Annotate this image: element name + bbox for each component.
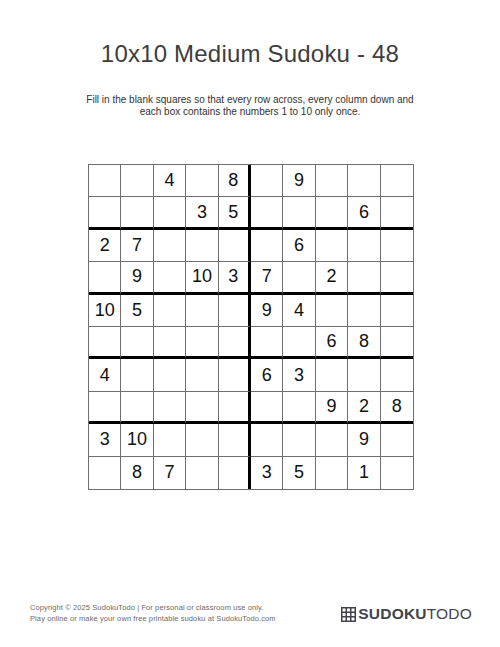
cell-r5c6-given[interactable]: 9 bbox=[251, 295, 283, 327]
cell-r5c2-given[interactable]: 5 bbox=[121, 295, 153, 327]
cell-r7c9-empty[interactable] bbox=[348, 359, 380, 391]
cell-r6c4-empty[interactable] bbox=[186, 327, 218, 359]
cell-r3c5-empty[interactable] bbox=[219, 230, 251, 262]
cell-r1c4-empty[interactable] bbox=[186, 165, 218, 197]
cell-r4c3-empty[interactable] bbox=[154, 262, 186, 294]
cell-r1c10-empty[interactable] bbox=[381, 165, 413, 197]
cell-r3c7-given[interactable]: 6 bbox=[283, 230, 315, 262]
instructions-line-2: each box contains the numbers 1 to 10 on… bbox=[0, 106, 500, 118]
cell-r9c1-given[interactable]: 3 bbox=[89, 424, 121, 456]
cell-r7c2-empty[interactable] bbox=[121, 359, 153, 391]
cell-r7c1-given[interactable]: 4 bbox=[89, 359, 121, 391]
cell-r1c5-given[interactable]: 8 bbox=[219, 165, 251, 197]
cell-r4c1-empty[interactable] bbox=[89, 262, 121, 294]
cell-r10c8-empty[interactable] bbox=[316, 457, 348, 489]
cell-r10c5-empty[interactable] bbox=[219, 457, 251, 489]
cell-r1c8-empty[interactable] bbox=[316, 165, 348, 197]
cell-r2c8-empty[interactable] bbox=[316, 197, 348, 229]
cell-r7c5-empty[interactable] bbox=[219, 359, 251, 391]
copyright-text: Copyright © 2025 SudokuTodo | For person… bbox=[30, 602, 276, 624]
cell-r8c1-empty[interactable] bbox=[89, 392, 121, 424]
cell-r8c9-given[interactable]: 2 bbox=[348, 392, 380, 424]
cell-r1c3-given[interactable]: 4 bbox=[154, 165, 186, 197]
logo-text: SUDOKUTODO bbox=[358, 605, 472, 623]
cell-r4c4-given[interactable]: 10 bbox=[186, 262, 218, 294]
cell-r6c2-empty[interactable] bbox=[121, 327, 153, 359]
cell-r7c8-empty[interactable] bbox=[316, 359, 348, 391]
cell-r4c10-empty[interactable] bbox=[381, 262, 413, 294]
cell-r7c10-empty[interactable] bbox=[381, 359, 413, 391]
cell-r2c2-empty[interactable] bbox=[121, 197, 153, 229]
cell-r5c3-empty[interactable] bbox=[154, 295, 186, 327]
cell-r9c3-empty[interactable] bbox=[154, 424, 186, 456]
cell-r1c7-given[interactable]: 9 bbox=[283, 165, 315, 197]
cell-r3c4-empty[interactable] bbox=[186, 230, 218, 262]
copyright-line-2: Play online or make your own free printa… bbox=[30, 613, 276, 624]
cell-r7c6-given[interactable]: 6 bbox=[251, 359, 283, 391]
cell-r10c9-given[interactable]: 1 bbox=[348, 457, 380, 489]
footer: Copyright © 2025 SudokuTodo | For person… bbox=[30, 602, 472, 624]
cell-r2c4-given[interactable]: 3 bbox=[186, 197, 218, 229]
cell-r1c2-empty[interactable] bbox=[121, 165, 153, 197]
cell-r5c4-empty[interactable] bbox=[186, 295, 218, 327]
cell-r8c8-given[interactable]: 9 bbox=[316, 392, 348, 424]
cell-r10c10-empty[interactable] bbox=[381, 457, 413, 489]
cell-r8c4-empty[interactable] bbox=[186, 392, 218, 424]
cell-r3c8-empty[interactable] bbox=[316, 230, 348, 262]
cell-r7c7-given[interactable]: 3 bbox=[283, 359, 315, 391]
instructions-line-1: Fill in the blank squares so that every … bbox=[0, 94, 500, 106]
cell-r8c5-empty[interactable] bbox=[219, 392, 251, 424]
cell-r9c7-empty[interactable] bbox=[283, 424, 315, 456]
copyright-line-1: Copyright © 2025 SudokuTodo | For person… bbox=[30, 602, 276, 613]
cell-r3c10-empty[interactable] bbox=[381, 230, 413, 262]
logo-text-sudoku: SUDOKU bbox=[358, 605, 426, 622]
cell-r6c5-empty[interactable] bbox=[219, 327, 251, 359]
cell-r5c1-given[interactable]: 10 bbox=[89, 295, 121, 327]
cell-r4c2-given[interactable]: 9 bbox=[121, 262, 153, 294]
cell-r8c3-empty[interactable] bbox=[154, 392, 186, 424]
cell-r2c5-given[interactable]: 5 bbox=[219, 197, 251, 229]
cell-r2c9-given[interactable]: 6 bbox=[348, 197, 380, 229]
cell-r6c3-empty[interactable] bbox=[154, 327, 186, 359]
cell-r6c1-empty[interactable] bbox=[89, 327, 121, 359]
cell-r2c3-empty[interactable] bbox=[154, 197, 186, 229]
cell-r8c2-empty[interactable] bbox=[121, 392, 153, 424]
cell-r8c10-given[interactable]: 8 bbox=[381, 392, 413, 424]
sudoku-board: 4893562769103721059468463928310987351 bbox=[88, 164, 414, 490]
cell-r9c4-empty[interactable] bbox=[186, 424, 218, 456]
cell-r9c5-empty[interactable] bbox=[219, 424, 251, 456]
cell-r3c9-empty[interactable] bbox=[348, 230, 380, 262]
cell-r6c8-given[interactable]: 6 bbox=[316, 327, 348, 359]
cell-r4c5-given[interactable]: 3 bbox=[219, 262, 251, 294]
cell-r10c2-given[interactable]: 8 bbox=[121, 457, 153, 489]
cell-r6c10-empty[interactable] bbox=[381, 327, 413, 359]
page-title: 10x10 Medium Sudoku - 48 bbox=[0, 40, 500, 68]
cell-r1c1-empty[interactable] bbox=[89, 165, 121, 197]
cell-r5c9-empty[interactable] bbox=[348, 295, 380, 327]
cell-r6c9-given[interactable]: 8 bbox=[348, 327, 380, 359]
grid-icon bbox=[341, 607, 356, 622]
cell-r4c8-given[interactable]: 2 bbox=[316, 262, 348, 294]
cell-r5c5-empty[interactable] bbox=[219, 295, 251, 327]
cell-r10c3-given[interactable]: 7 bbox=[154, 457, 186, 489]
instructions: Fill in the blank squares so that every … bbox=[0, 94, 500, 118]
cell-r6c7-empty[interactable] bbox=[283, 327, 315, 359]
cell-r8c7-empty[interactable] bbox=[283, 392, 315, 424]
cell-r9c9-given[interactable]: 9 bbox=[348, 424, 380, 456]
cell-r5c7-given[interactable]: 4 bbox=[283, 295, 315, 327]
cell-r1c9-empty[interactable] bbox=[348, 165, 380, 197]
cell-r3c6-empty[interactable] bbox=[251, 230, 283, 262]
cell-r4c6-given[interactable]: 7 bbox=[251, 262, 283, 294]
logo-text-todo: TODO bbox=[427, 605, 472, 622]
printable-sudoku-page: 10x10 Medium Sudoku - 48 Fill in the bla… bbox=[0, 0, 500, 647]
cell-r1c6-empty[interactable] bbox=[251, 165, 283, 197]
cell-r3c1-given[interactable]: 2 bbox=[89, 230, 121, 262]
cell-r9c2-given[interactable]: 10 bbox=[121, 424, 153, 456]
cell-r10c6-given[interactable]: 3 bbox=[251, 457, 283, 489]
cell-r4c9-empty[interactable] bbox=[348, 262, 380, 294]
cell-r5c8-empty[interactable] bbox=[316, 295, 348, 327]
cell-r7c3-empty[interactable] bbox=[154, 359, 186, 391]
cell-r7c4-empty[interactable] bbox=[186, 359, 218, 391]
cell-r4c7-empty[interactable] bbox=[283, 262, 315, 294]
cell-r6c6-empty[interactable] bbox=[251, 327, 283, 359]
cell-r8c6-empty[interactable] bbox=[251, 392, 283, 424]
cell-r2c1-empty[interactable] bbox=[89, 197, 121, 229]
cell-r5c10-empty[interactable] bbox=[381, 295, 413, 327]
cell-r9c6-empty[interactable] bbox=[251, 424, 283, 456]
cell-r3c2-given[interactable]: 7 bbox=[121, 230, 153, 262]
cell-r3c3-empty[interactable] bbox=[154, 230, 186, 262]
cell-r2c7-empty[interactable] bbox=[283, 197, 315, 229]
cell-r9c10-empty[interactable] bbox=[381, 424, 413, 456]
cell-r10c4-empty[interactable] bbox=[186, 457, 218, 489]
cell-r2c10-empty[interactable] bbox=[381, 197, 413, 229]
cell-r2c6-empty[interactable] bbox=[251, 197, 283, 229]
sudokutodo-logo: SUDOKUTODO bbox=[341, 605, 472, 623]
cell-r10c7-given[interactable]: 5 bbox=[283, 457, 315, 489]
cell-r10c1-empty[interactable] bbox=[89, 457, 121, 489]
cell-r9c8-empty[interactable] bbox=[316, 424, 348, 456]
